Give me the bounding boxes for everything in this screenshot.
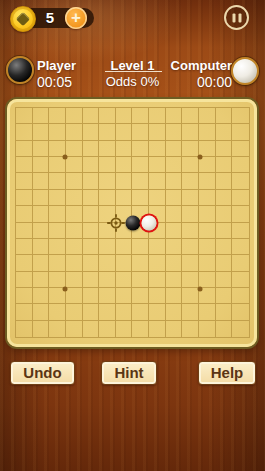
board-cell[interactable] xyxy=(116,304,133,320)
board-cell[interactable] xyxy=(33,321,50,337)
board-cell[interactable] xyxy=(132,190,149,206)
board-cell[interactable] xyxy=(116,190,133,206)
board-cell[interactable] xyxy=(149,108,166,124)
board-cell[interactable] xyxy=(49,304,66,320)
board-cell[interactable] xyxy=(83,321,100,337)
board-cell[interactable] xyxy=(199,141,216,157)
board-cell[interactable] xyxy=(16,304,33,320)
board-cell[interactable] xyxy=(232,141,249,157)
board-cell[interactable] xyxy=(99,173,116,189)
computer-name: Computer xyxy=(171,58,232,73)
board-cell[interactable] xyxy=(132,223,149,239)
board-cell[interactable] xyxy=(232,173,249,189)
board-cell[interactable] xyxy=(166,124,183,140)
board-cell[interactable] xyxy=(33,288,50,304)
board-cell[interactable] xyxy=(199,190,216,206)
board-cell[interactable] xyxy=(182,272,199,288)
board-cell[interactable] xyxy=(232,223,249,239)
board-cell[interactable] xyxy=(232,304,249,320)
board-cell[interactable] xyxy=(116,288,133,304)
board-cell[interactable] xyxy=(199,124,216,140)
board-cell[interactable] xyxy=(149,173,166,189)
board-cell[interactable] xyxy=(182,321,199,337)
board-cell[interactable] xyxy=(66,190,83,206)
board-cell[interactable] xyxy=(232,272,249,288)
board-cell[interactable] xyxy=(116,124,133,140)
board-cell[interactable] xyxy=(216,124,233,140)
board-cell[interactable] xyxy=(216,190,233,206)
board-cell[interactable] xyxy=(132,288,149,304)
board-cell[interactable] xyxy=(199,206,216,222)
board-cell[interactable] xyxy=(216,272,233,288)
board-cell[interactable] xyxy=(149,239,166,255)
board-cell[interactable] xyxy=(66,239,83,255)
board-cell[interactable] xyxy=(232,206,249,222)
board-cell[interactable] xyxy=(83,173,100,189)
board-cell[interactable] xyxy=(16,108,33,124)
board-cell[interactable] xyxy=(132,157,149,173)
board-cell[interactable] xyxy=(99,141,116,157)
board-cell[interactable] xyxy=(16,272,33,288)
board-cell[interactable] xyxy=(83,223,100,239)
board-cell[interactable] xyxy=(132,108,149,124)
board-cell[interactable] xyxy=(199,272,216,288)
board-cell[interactable] xyxy=(83,304,100,320)
board-cell[interactable] xyxy=(166,223,183,239)
board-cell[interactable] xyxy=(216,157,233,173)
board-cell[interactable] xyxy=(83,255,100,271)
board-cell[interactable] xyxy=(66,157,83,173)
board-cell[interactable] xyxy=(49,108,66,124)
board-cell[interactable] xyxy=(49,124,66,140)
board-cell[interactable] xyxy=(199,255,216,271)
board-grid[interactable] xyxy=(15,107,250,338)
board-cell[interactable] xyxy=(199,223,216,239)
board-cell[interactable] xyxy=(216,223,233,239)
pause-button[interactable] xyxy=(224,5,249,30)
board-cell[interactable] xyxy=(199,321,216,337)
board-cell[interactable] xyxy=(16,239,33,255)
board-cell[interactable] xyxy=(199,288,216,304)
board-cell[interactable] xyxy=(132,206,149,222)
board-cell[interactable] xyxy=(132,321,149,337)
add-coins-button[interactable]: + xyxy=(65,7,87,29)
board-cell[interactable] xyxy=(149,124,166,140)
board-cell[interactable] xyxy=(166,255,183,271)
board-cell[interactable] xyxy=(49,321,66,337)
board-cell[interactable] xyxy=(66,108,83,124)
board-cell[interactable] xyxy=(66,304,83,320)
board-cell[interactable] xyxy=(116,272,133,288)
board-cell[interactable] xyxy=(216,108,233,124)
board-cell[interactable] xyxy=(232,321,249,337)
board-cell[interactable] xyxy=(232,288,249,304)
board-cell[interactable] xyxy=(116,141,133,157)
board-cell[interactable] xyxy=(232,239,249,255)
board-cell[interactable] xyxy=(182,141,199,157)
board-cell[interactable] xyxy=(149,288,166,304)
board-cell[interactable] xyxy=(83,288,100,304)
board-cell[interactable] xyxy=(49,272,66,288)
board-cell[interactable] xyxy=(83,239,100,255)
board-cell[interactable] xyxy=(232,157,249,173)
board-cell[interactable] xyxy=(166,190,183,206)
board-cell[interactable] xyxy=(149,321,166,337)
board-cell[interactable] xyxy=(182,239,199,255)
board-cell[interactable] xyxy=(132,124,149,140)
board-cell[interactable] xyxy=(232,108,249,124)
board-cell[interactable] xyxy=(149,255,166,271)
board-cell[interactable] xyxy=(216,288,233,304)
board-cell[interactable] xyxy=(99,255,116,271)
board-cell[interactable] xyxy=(49,288,66,304)
board-cell[interactable] xyxy=(132,255,149,271)
board-cell[interactable] xyxy=(66,141,83,157)
board-cell[interactable] xyxy=(16,141,33,157)
board-cell[interactable] xyxy=(166,321,183,337)
board-cell[interactable] xyxy=(199,108,216,124)
board-cell[interactable] xyxy=(49,141,66,157)
computer-stone-icon xyxy=(231,57,259,85)
board-cell[interactable] xyxy=(16,206,33,222)
board-cell[interactable] xyxy=(83,272,100,288)
board-cell[interactable] xyxy=(166,239,183,255)
board-cell[interactable] xyxy=(66,173,83,189)
board-cell[interactable] xyxy=(182,190,199,206)
board-cell[interactable] xyxy=(182,108,199,124)
computer-time: 00:00 xyxy=(197,74,232,90)
board-cell[interactable] xyxy=(199,157,216,173)
board-cell[interactable] xyxy=(66,288,83,304)
board-cell[interactable] xyxy=(83,157,100,173)
board-cell[interactable] xyxy=(216,141,233,157)
board-cell[interactable] xyxy=(182,304,199,320)
board-cell[interactable] xyxy=(33,190,50,206)
board-cell[interactable] xyxy=(99,239,116,255)
board-cell[interactable] xyxy=(116,108,133,124)
board-cell[interactable] xyxy=(99,288,116,304)
board-cell[interactable] xyxy=(16,255,33,271)
board-cell[interactable] xyxy=(66,321,83,337)
board-cell[interactable] xyxy=(33,173,50,189)
hint-button[interactable]: Hint xyxy=(101,361,157,385)
board-cell[interactable] xyxy=(99,272,116,288)
board-cell[interactable] xyxy=(182,157,199,173)
board-cell[interactable] xyxy=(232,124,249,140)
board-cell[interactable] xyxy=(66,124,83,140)
board-cell[interactable] xyxy=(16,223,33,239)
board-cell[interactable] xyxy=(116,239,133,255)
board-cell[interactable] xyxy=(49,255,66,271)
board-cell[interactable] xyxy=(149,304,166,320)
board-cell[interactable] xyxy=(99,321,116,337)
board-cell[interactable] xyxy=(232,255,249,271)
board-cell[interactable] xyxy=(132,304,149,320)
board-cell[interactable] xyxy=(149,157,166,173)
board-cell[interactable] xyxy=(182,255,199,271)
board-cell[interactable] xyxy=(116,255,133,271)
board-cell[interactable] xyxy=(132,239,149,255)
board-cell[interactable] xyxy=(16,173,33,189)
board-cell[interactable] xyxy=(149,223,166,239)
board-cell[interactable] xyxy=(166,206,183,222)
board-cell[interactable] xyxy=(132,141,149,157)
board-cell[interactable] xyxy=(199,304,216,320)
board-cell[interactable] xyxy=(132,272,149,288)
board-cell[interactable] xyxy=(33,223,50,239)
board-cell[interactable] xyxy=(182,223,199,239)
coin-icon xyxy=(10,6,36,32)
board-cell[interactable] xyxy=(99,190,116,206)
board-cell[interactable] xyxy=(182,288,199,304)
board-cell[interactable] xyxy=(116,173,133,189)
board-cell[interactable] xyxy=(166,304,183,320)
board-cell[interactable] xyxy=(66,272,83,288)
board-cell[interactable] xyxy=(166,173,183,189)
board-cell[interactable] xyxy=(83,190,100,206)
board-cell[interactable] xyxy=(33,304,50,320)
board-cell[interactable] xyxy=(16,157,33,173)
board-cell[interactable] xyxy=(99,124,116,140)
board-cell[interactable] xyxy=(33,272,50,288)
board-cell[interactable] xyxy=(99,223,116,239)
board-cell[interactable] xyxy=(199,239,216,255)
board-cell[interactable] xyxy=(116,321,133,337)
board-cell[interactable] xyxy=(99,108,116,124)
board-cell[interactable] xyxy=(182,124,199,140)
board-cell[interactable] xyxy=(33,141,50,157)
board-cell[interactable] xyxy=(83,206,100,222)
board-cell[interactable] xyxy=(216,321,233,337)
board-cell[interactable] xyxy=(16,190,33,206)
board-cell[interactable] xyxy=(216,206,233,222)
board-cell[interactable] xyxy=(216,173,233,189)
board-cell[interactable] xyxy=(116,223,133,239)
board-cell[interactable] xyxy=(99,157,116,173)
board-cell[interactable] xyxy=(116,157,133,173)
app-screen: 5 + Player 00:05 Level 1 Odds 0% Compute… xyxy=(0,0,265,471)
board-cell[interactable] xyxy=(149,141,166,157)
pause-icon xyxy=(232,13,241,22)
board-cell[interactable] xyxy=(166,141,183,157)
board-cell[interactable] xyxy=(16,124,33,140)
help-button[interactable]: Help xyxy=(198,361,256,385)
board-cell[interactable] xyxy=(149,190,166,206)
board-cell[interactable] xyxy=(33,124,50,140)
board-cell[interactable] xyxy=(182,206,199,222)
board-cell[interactable] xyxy=(16,321,33,337)
board-cell[interactable] xyxy=(33,108,50,124)
board-cell[interactable] xyxy=(199,173,216,189)
board-cell[interactable] xyxy=(99,206,116,222)
board-cell[interactable] xyxy=(49,239,66,255)
board-cell[interactable] xyxy=(49,190,66,206)
undo-button[interactable]: Undo xyxy=(10,361,75,385)
board-cell[interactable] xyxy=(83,141,100,157)
board-cell[interactable] xyxy=(149,272,166,288)
board-cell[interactable] xyxy=(49,223,66,239)
board-cell[interactable] xyxy=(166,272,183,288)
board-cell[interactable] xyxy=(216,304,233,320)
board-cell[interactable] xyxy=(149,206,166,222)
board-cell[interactable] xyxy=(83,108,100,124)
board-cell[interactable] xyxy=(83,124,100,140)
board-cell[interactable] xyxy=(216,239,233,255)
board-cell[interactable] xyxy=(16,288,33,304)
board-cell[interactable] xyxy=(182,173,199,189)
board-cell[interactable] xyxy=(66,223,83,239)
board-cell[interactable] xyxy=(49,173,66,189)
game-board xyxy=(7,99,257,347)
coin-count: 5 xyxy=(40,9,60,27)
board-cell[interactable] xyxy=(33,157,50,173)
coin-diamond-icon xyxy=(16,12,30,26)
level-divider xyxy=(105,71,162,72)
board-cell[interactable] xyxy=(49,157,66,173)
board-cell[interactable] xyxy=(99,304,116,320)
board-cell[interactable] xyxy=(166,157,183,173)
board-cell[interactable] xyxy=(232,190,249,206)
board-cell[interactable] xyxy=(33,206,50,222)
board-cell[interactable] xyxy=(66,206,83,222)
board-cell[interactable] xyxy=(116,206,133,222)
board-cell[interactable] xyxy=(66,255,83,271)
board-cell[interactable] xyxy=(166,108,183,124)
board-cell[interactable] xyxy=(166,288,183,304)
board-cell[interactable] xyxy=(33,255,50,271)
board-cell[interactable] xyxy=(132,173,149,189)
board-cell[interactable] xyxy=(216,255,233,271)
board-cell[interactable] xyxy=(33,239,50,255)
board-cell[interactable] xyxy=(49,206,66,222)
